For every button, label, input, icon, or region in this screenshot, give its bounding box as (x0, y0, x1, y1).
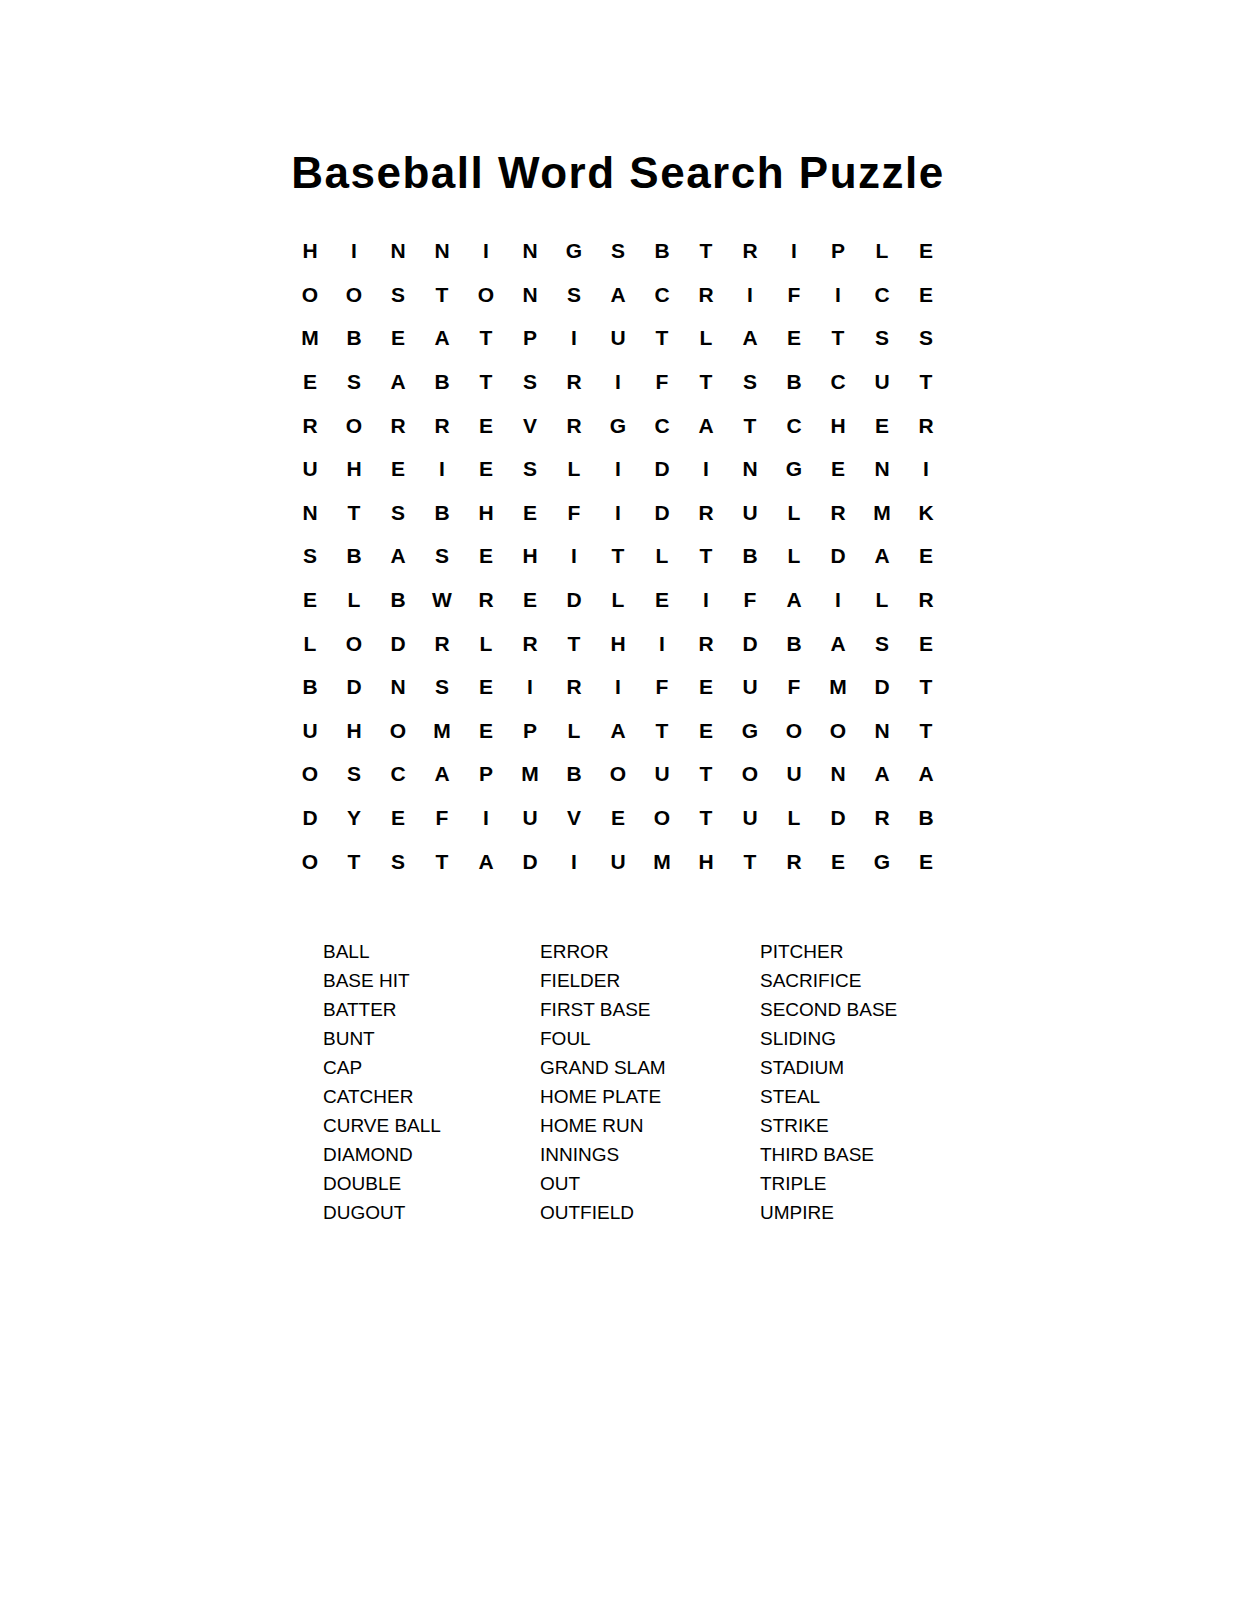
grid-cell[interactable]: W (420, 578, 464, 622)
grid-cell[interactable]: I (464, 229, 508, 273)
grid-cell[interactable]: I (816, 273, 860, 317)
grid-cell[interactable]: R (904, 578, 948, 622)
grid-cell[interactable]: R (464, 578, 508, 622)
grid-cell[interactable]: K (904, 491, 948, 535)
grid-cell[interactable]: L (772, 491, 816, 535)
grid-cell[interactable]: C (772, 403, 816, 447)
grid-cell[interactable]: T (684, 796, 728, 840)
grid-cell[interactable]: P (508, 709, 552, 753)
grid-cell[interactable]: S (420, 534, 464, 578)
grid-cell[interactable]: A (376, 534, 420, 578)
grid-cell[interactable]: I (816, 578, 860, 622)
grid-cell[interactable]: R (860, 796, 904, 840)
grid-cell[interactable]: T (904, 360, 948, 404)
grid-cell[interactable]: S (904, 316, 948, 360)
grid-cell[interactable]: S (376, 491, 420, 535)
grid-cell[interactable]: F (772, 273, 816, 317)
grid-cell[interactable]: E (816, 839, 860, 883)
grid-cell[interactable]: S (860, 621, 904, 665)
grid-cell[interactable]: B (376, 578, 420, 622)
grid-cell[interactable]: O (332, 403, 376, 447)
grid-cell[interactable]: A (376, 360, 420, 404)
word-list-item: STEAL (760, 1082, 897, 1111)
grid-cell[interactable]: L (596, 578, 640, 622)
grid-cell[interactable]: S (288, 534, 332, 578)
word-list-item: OUTFIELD (540, 1198, 666, 1227)
word-list-item: THIRD BASE (760, 1140, 897, 1169)
grid-cell[interactable]: S (552, 273, 596, 317)
grid-cell[interactable]: O (772, 709, 816, 753)
grid-cell[interactable]: S (376, 839, 420, 883)
grid-cell[interactable]: O (596, 752, 640, 796)
grid-cell[interactable]: S (332, 752, 376, 796)
word-list-item: BATTER (323, 995, 441, 1024)
grid-cell[interactable]: E (904, 229, 948, 273)
grid-cell[interactable]: T (816, 316, 860, 360)
grid-cell[interactable]: L (464, 621, 508, 665)
grid-cell[interactable]: I (552, 534, 596, 578)
grid-cell[interactable]: L (288, 621, 332, 665)
grid-cell[interactable]: H (596, 621, 640, 665)
grid-cell[interactable]: U (860, 360, 904, 404)
grid-cell[interactable]: L (860, 229, 904, 273)
grid-cell[interactable]: H (508, 534, 552, 578)
grid-cell[interactable]: G (552, 229, 596, 273)
grid-cell[interactable]: M (288, 316, 332, 360)
grid-cell[interactable]: M (508, 752, 552, 796)
grid-cell[interactable]: U (728, 491, 772, 535)
grid-cell[interactable]: S (332, 360, 376, 404)
grid-cell[interactable]: E (772, 316, 816, 360)
grid-cell[interactable]: A (596, 709, 640, 753)
grid-cell[interactable]: F (728, 578, 772, 622)
grid-cell[interactable]: E (376, 447, 420, 491)
grid-cell[interactable]: C (376, 752, 420, 796)
grid-cell[interactable]: R (684, 273, 728, 317)
grid-cell[interactable]: T (728, 839, 772, 883)
grid-cell[interactable]: I (596, 491, 640, 535)
word-list-item: HOME RUN (540, 1111, 666, 1140)
grid-cell[interactable]: M (860, 491, 904, 535)
grid-cell[interactable]: S (860, 316, 904, 360)
grid-cell[interactable]: P (816, 229, 860, 273)
word-list-column-1: BALLBASE HITBATTERBUNTCAPCATCHERCURVE BA… (323, 937, 441, 1227)
grid-cell[interactable]: U (640, 752, 684, 796)
word-list-item: HOME PLATE (540, 1082, 666, 1111)
grid-cell[interactable]: O (332, 273, 376, 317)
grid-cell[interactable]: O (728, 752, 772, 796)
grid-cell[interactable]: T (332, 839, 376, 883)
grid-cell[interactable]: T (596, 534, 640, 578)
grid-cell[interactable]: L (772, 534, 816, 578)
grid-cell[interactable]: E (376, 796, 420, 840)
grid-cell[interactable]: R (420, 403, 464, 447)
word-list-item: DIAMOND (323, 1140, 441, 1169)
grid-cell[interactable]: L (552, 447, 596, 491)
grid-cell[interactable]: E (464, 665, 508, 709)
grid-cell[interactable]: R (288, 403, 332, 447)
grid-cell[interactable]: B (332, 534, 376, 578)
grid-cell[interactable]: M (640, 839, 684, 883)
grid-cell[interactable]: Y (332, 796, 376, 840)
grid-cell[interactable]: D (640, 491, 684, 535)
word-list-item: PITCHER (760, 937, 897, 966)
grid-cell[interactable]: D (332, 665, 376, 709)
word-list-item: FOUL (540, 1024, 666, 1053)
grid-cell[interactable]: U (596, 316, 640, 360)
grid-cell[interactable]: N (376, 665, 420, 709)
grid-cell[interactable]: R (684, 491, 728, 535)
grid-cell[interactable]: I (464, 796, 508, 840)
word-list-item: FIELDER (540, 966, 666, 995)
word-list-item: CATCHER (323, 1082, 441, 1111)
grid-cell[interactable]: T (684, 534, 728, 578)
grid-cell[interactable]: F (420, 796, 464, 840)
grid-cell[interactable]: I (596, 360, 640, 404)
grid-cell[interactable]: N (508, 229, 552, 273)
grid-cell[interactable]: U (596, 839, 640, 883)
grid-cell[interactable]: R (728, 229, 772, 273)
grid-cell[interactable]: C (640, 403, 684, 447)
word-list-item: CAP (323, 1053, 441, 1082)
grid-cell[interactable]: V (552, 796, 596, 840)
grid-cell[interactable]: F (552, 491, 596, 535)
grid-cell[interactable]: O (640, 796, 684, 840)
grid-cell[interactable]: C (816, 360, 860, 404)
grid-cell[interactable]: E (508, 491, 552, 535)
grid-cell[interactable]: H (464, 491, 508, 535)
grid-cell[interactable]: M (816, 665, 860, 709)
grid-cell[interactable]: E (684, 665, 728, 709)
grid-cell[interactable]: A (684, 403, 728, 447)
grid-cell[interactable]: B (728, 534, 772, 578)
grid-cell[interactable]: O (376, 709, 420, 753)
grid-cell[interactable]: O (288, 839, 332, 883)
grid-cell[interactable]: T (684, 229, 728, 273)
grid-cell[interactable]: V (508, 403, 552, 447)
grid-cell[interactable]: B (332, 316, 376, 360)
grid-cell[interactable]: A (596, 273, 640, 317)
grid-cell[interactable]: A (772, 578, 816, 622)
grid-cell[interactable]: S (596, 229, 640, 273)
grid-cell[interactable]: D (816, 534, 860, 578)
grid-cell[interactable]: T (640, 316, 684, 360)
grid-cell[interactable]: E (376, 316, 420, 360)
grid-cell[interactable]: A (904, 752, 948, 796)
grid-cell[interactable]: B (904, 796, 948, 840)
grid-cell[interactable]: O (288, 273, 332, 317)
grid-cell[interactable]: O (816, 709, 860, 753)
grid-cell[interactable]: C (640, 273, 684, 317)
grid-cell[interactable]: I (596, 665, 640, 709)
grid-cell[interactable]: S (376, 273, 420, 317)
word-list-item: SACRIFICE (760, 966, 897, 995)
grid-cell[interactable]: E (904, 621, 948, 665)
grid-cell[interactable]: T (904, 665, 948, 709)
grid-cell[interactable]: D (816, 796, 860, 840)
word-list-item: UMPIRE (760, 1198, 897, 1227)
grid-cell[interactable]: T (420, 273, 464, 317)
grid-cell[interactable]: R (552, 665, 596, 709)
grid-cell[interactable]: E (596, 796, 640, 840)
grid-cell[interactable]: B (288, 665, 332, 709)
word-list-item: TRIPLE (760, 1169, 897, 1198)
grid-cell[interactable]: E (640, 578, 684, 622)
grid-cell[interactable]: A (420, 316, 464, 360)
grid-cell[interactable]: S (728, 360, 772, 404)
grid-cell[interactable]: E (904, 839, 948, 883)
grid-cell[interactable]: G (772, 447, 816, 491)
grid-cell[interactable]: N (728, 447, 772, 491)
grid-cell[interactable]: U (508, 796, 552, 840)
grid-cell[interactable]: A (860, 752, 904, 796)
grid-cell[interactable]: H (816, 403, 860, 447)
grid-cell[interactable]: I (508, 665, 552, 709)
grid-cell[interactable]: H (332, 709, 376, 753)
word-list-item: FIRST BASE (540, 995, 666, 1024)
grid-cell[interactable]: N (376, 229, 420, 273)
grid-cell[interactable]: O (332, 621, 376, 665)
word-list-item: SLIDING (760, 1024, 897, 1053)
grid-cell[interactable]: A (860, 534, 904, 578)
grid-cell[interactable]: A (816, 621, 860, 665)
grid-cell[interactable]: B (640, 229, 684, 273)
grid-cell[interactable]: R (816, 491, 860, 535)
grid-cell[interactable]: A (420, 752, 464, 796)
page-title: Baseball Word Search Puzzle (0, 151, 1236, 195)
grid-cell[interactable]: L (552, 709, 596, 753)
grid-cell[interactable]: E (464, 709, 508, 753)
grid-cell[interactable]: D (728, 621, 772, 665)
grid-cell[interactable]: T (904, 709, 948, 753)
grid-cell[interactable]: R (420, 621, 464, 665)
grid-cell[interactable]: D (640, 447, 684, 491)
grid-cell[interactable]: L (332, 578, 376, 622)
grid-cell[interactable]: F (772, 665, 816, 709)
grid-cell[interactable]: I (684, 578, 728, 622)
grid-cell[interactable]: R (508, 621, 552, 665)
grid-cell[interactable]: R (376, 403, 420, 447)
word-list-item: DUGOUT (323, 1198, 441, 1227)
grid-cell[interactable]: B (772, 360, 816, 404)
grid-cell[interactable]: E (464, 447, 508, 491)
word-search-grid: HINNINGSBTRIPLEOOSTONSACRIFICEMBEATPIUTL… (288, 229, 948, 883)
grid-cell[interactable]: I (728, 273, 772, 317)
grid-cell[interactable]: H (332, 447, 376, 491)
grid-cell[interactable]: N (860, 709, 904, 753)
puzzle-page: Baseball Word Search Puzzle HINNINGSBTRI… (0, 0, 1236, 1600)
grid-cell[interactable]: U (728, 796, 772, 840)
grid-cell[interactable]: S (420, 665, 464, 709)
word-list-column-2: ERRORFIELDERFIRST BASEFOULGRAND SLAMHOME… (540, 937, 666, 1227)
word-list-item: OUT (540, 1169, 666, 1198)
grid-cell[interactable]: I (332, 229, 376, 273)
grid-cell[interactable]: G (728, 709, 772, 753)
grid-cell[interactable]: L (772, 796, 816, 840)
grid-cell[interactable]: S (508, 360, 552, 404)
word-list-item: ERROR (540, 937, 666, 966)
grid-cell[interactable]: I (552, 316, 596, 360)
grid-cell[interactable]: N (508, 273, 552, 317)
grid-cell[interactable]: D (376, 621, 420, 665)
word-list-item: GRAND SLAM (540, 1053, 666, 1082)
grid-cell[interactable]: T (640, 709, 684, 753)
grid-cell[interactable]: E (464, 534, 508, 578)
grid-cell[interactable]: L (860, 578, 904, 622)
grid-cell[interactable]: I (640, 621, 684, 665)
grid-cell[interactable]: H (684, 839, 728, 883)
grid-cell[interactable]: E (904, 534, 948, 578)
grid-cell[interactable]: P (464, 752, 508, 796)
grid-cell[interactable]: E (904, 273, 948, 317)
grid-cell[interactable]: B (772, 621, 816, 665)
grid-cell[interactable]: I (596, 447, 640, 491)
grid-cell[interactable]: D (508, 839, 552, 883)
grid-cell[interactable]: T (420, 839, 464, 883)
word-list-item: CURVE BALL (323, 1111, 441, 1140)
word-list-item: STADIUM (760, 1053, 897, 1082)
grid-cell[interactable]: R (904, 403, 948, 447)
grid-cell[interactable]: D (860, 665, 904, 709)
grid-cell[interactable]: R (772, 839, 816, 883)
grid-cell[interactable]: U (288, 709, 332, 753)
grid-cell[interactable]: G (596, 403, 640, 447)
word-list-item: STRIKE (760, 1111, 897, 1140)
grid-cell[interactable]: A (464, 839, 508, 883)
grid-cell[interactable]: E (464, 403, 508, 447)
grid-cell[interactable]: O (464, 273, 508, 317)
word-list-item: BALL (323, 937, 441, 966)
grid-cell[interactable]: P (508, 316, 552, 360)
grid-cell[interactable]: N (420, 229, 464, 273)
grid-cell[interactable]: C (860, 273, 904, 317)
grid-cell[interactable]: T (684, 752, 728, 796)
grid-cell[interactable]: F (640, 665, 684, 709)
grid-cell[interactable]: N (816, 752, 860, 796)
grid-cell[interactable]: U (288, 447, 332, 491)
grid-cell[interactable]: T (464, 360, 508, 404)
grid-cell[interactable]: B (420, 491, 464, 535)
grid-cell[interactable]: R (552, 403, 596, 447)
grid-cell[interactable]: E (288, 360, 332, 404)
word-list-column-3: PITCHERSACRIFICESECOND BASESLIDINGSTADIU… (760, 937, 897, 1227)
grid-cell[interactable]: D (288, 796, 332, 840)
word-list-item: INNINGS (540, 1140, 666, 1169)
grid-cell[interactable]: E (684, 709, 728, 753)
word-list-item: BUNT (323, 1024, 441, 1053)
grid-cell[interactable]: N (288, 491, 332, 535)
grid-cell[interactable]: S (508, 447, 552, 491)
grid-cell[interactable]: L (640, 534, 684, 578)
grid-cell[interactable]: M (420, 709, 464, 753)
grid-cell[interactable]: T (728, 403, 772, 447)
grid-cell[interactable]: E (860, 403, 904, 447)
grid-cell[interactable]: U (772, 752, 816, 796)
word-list-item: BASE HIT (323, 966, 441, 995)
grid-cell[interactable]: I (552, 839, 596, 883)
grid-cell[interactable]: N (860, 447, 904, 491)
grid-cell[interactable]: I (684, 447, 728, 491)
grid-cell[interactable]: E (816, 447, 860, 491)
grid-cell[interactable]: H (288, 229, 332, 273)
grid-cell[interactable]: D (552, 578, 596, 622)
grid-cell[interactable]: T (464, 316, 508, 360)
grid-cell[interactable]: T (684, 360, 728, 404)
word-list-item: SECOND BASE (760, 995, 897, 1024)
grid-cell[interactable]: A (728, 316, 772, 360)
grid-cell[interactable]: T (552, 621, 596, 665)
grid-cell[interactable]: R (684, 621, 728, 665)
grid-cell[interactable]: I (772, 229, 816, 273)
grid-cell[interactable]: F (640, 360, 684, 404)
grid-cell[interactable]: L (684, 316, 728, 360)
grid-cell[interactable]: T (332, 491, 376, 535)
word-list-item: DOUBLE (323, 1169, 441, 1198)
grid-cell[interactable]: E (288, 578, 332, 622)
grid-cell[interactable]: R (552, 360, 596, 404)
grid-cell[interactable]: O (288, 752, 332, 796)
grid-cell[interactable]: I (420, 447, 464, 491)
grid-cell[interactable]: G (860, 839, 904, 883)
grid-cell[interactable]: I (904, 447, 948, 491)
grid-cell[interactable]: B (420, 360, 464, 404)
grid-cell[interactable]: E (508, 578, 552, 622)
grid-cell[interactable]: B (552, 752, 596, 796)
grid-cell[interactable]: U (728, 665, 772, 709)
